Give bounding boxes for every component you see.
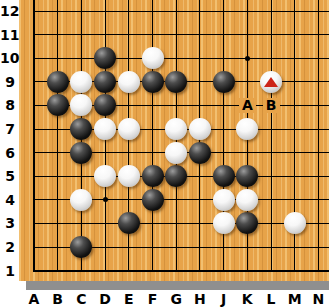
white-stone[interactable] [118, 165, 140, 187]
black-stone[interactable] [94, 94, 116, 116]
white-stone[interactable] [118, 71, 140, 93]
row-label-4: 4 [0, 192, 15, 208]
white-stone[interactable] [165, 142, 187, 164]
board-shadow [26, 281, 329, 290]
white-stone[interactable] [236, 189, 258, 211]
white-stone[interactable] [94, 165, 116, 187]
white-stone[interactable] [142, 47, 164, 69]
white-stone[interactable] [70, 189, 92, 211]
column-label-N: N [309, 291, 327, 307]
black-stone[interactable] [70, 118, 92, 140]
annotation-label-A[interactable]: A [239, 98, 256, 113]
black-stone[interactable] [236, 165, 258, 187]
go-board[interactable]: AB [19, 0, 329, 281]
black-stone[interactable] [47, 71, 69, 93]
column-label-D: D [96, 291, 114, 307]
row-label-1: 1 [0, 263, 15, 279]
white-stone[interactable] [284, 212, 306, 234]
black-stone[interactable] [213, 71, 235, 93]
annotation-label-B[interactable]: B [263, 98, 280, 113]
grid-line-vertical [318, 0, 319, 272]
black-stone[interactable] [118, 212, 140, 234]
row-label-5: 5 [0, 168, 15, 184]
white-stone[interactable] [165, 118, 187, 140]
white-stone[interactable] [70, 94, 92, 116]
white-stone[interactable] [236, 118, 258, 140]
black-stone[interactable] [142, 71, 164, 93]
white-stone[interactable] [70, 71, 92, 93]
black-stone[interactable] [213, 165, 235, 187]
grid-line-horizontal [33, 34, 329, 35]
black-stone[interactable] [70, 236, 92, 258]
grid-line-horizontal [33, 270, 329, 272]
white-stone[interactable] [94, 118, 116, 140]
white-stone[interactable] [118, 118, 140, 140]
row-label-8: 8 [0, 97, 15, 113]
row-label-7: 7 [0, 121, 15, 137]
column-label-K: K [238, 291, 256, 307]
grid-line-vertical [152, 0, 153, 272]
grid-line-vertical [33, 0, 35, 272]
black-stone[interactable] [142, 189, 164, 211]
black-stone[interactable] [189, 142, 211, 164]
row-label-9: 9 [0, 74, 15, 90]
black-stone[interactable] [165, 71, 187, 93]
grid-line-vertical [271, 0, 272, 272]
row-label-10: 10 [0, 50, 15, 66]
column-label-L: L [262, 291, 280, 307]
row-label-6: 6 [0, 145, 15, 161]
grid-line-horizontal [33, 11, 329, 12]
row-label-11: 11 [0, 27, 15, 43]
triangle-marker-icon [264, 77, 278, 87]
black-stone[interactable] [70, 142, 92, 164]
go-diagram: AB 121110987654321 ABCDEFGHJKLMN [0, 0, 329, 308]
column-label-F: F [144, 291, 162, 307]
grid-line-vertical [57, 0, 58, 272]
row-label-2: 2 [0, 239, 15, 255]
column-label-J: J [215, 291, 233, 307]
black-stone[interactable] [165, 165, 187, 187]
white-stone[interactable] [213, 189, 235, 211]
white-stone[interactable] [260, 71, 282, 93]
column-label-B: B [49, 291, 67, 307]
black-stone[interactable] [94, 71, 116, 93]
row-label-3: 3 [0, 215, 15, 231]
column-label-H: H [191, 291, 209, 307]
black-stone[interactable] [236, 212, 258, 234]
row-label-12: 12 [0, 3, 15, 19]
grid-line-horizontal [33, 58, 329, 59]
white-stone[interactable] [189, 118, 211, 140]
column-label-M: M [286, 291, 304, 307]
column-label-E: E [120, 291, 138, 307]
white-stone[interactable] [213, 212, 235, 234]
column-label-A: A [25, 291, 43, 307]
column-label-G: G [167, 291, 185, 307]
column-label-C: C [72, 291, 90, 307]
black-stone[interactable] [142, 165, 164, 187]
black-stone[interactable] [94, 47, 116, 69]
star-point [103, 197, 108, 202]
black-stone[interactable] [47, 94, 69, 116]
star-point [245, 56, 250, 61]
